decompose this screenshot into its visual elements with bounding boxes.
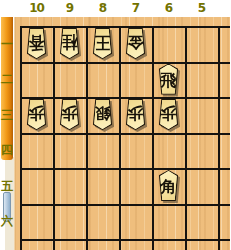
board-grid-line [185, 26, 187, 250]
board-grid-line [20, 239, 230, 241]
piece-kanji: 香 [22, 28, 51, 59]
rank-label-gutter: 一二三四五六 [0, 17, 14, 250]
shogi-piece[interactable]: 歩 [121, 99, 150, 130]
shogi-piece[interactable]: 歩 [55, 99, 84, 130]
board-grid-line [218, 26, 220, 250]
rank-label: 二 [0, 71, 14, 88]
rank-label: 四 [0, 142, 14, 159]
piece-body-sente: 飛 [154, 64, 183, 95]
file-label-strip: 10987654 [0, 0, 230, 17]
rank-label: 五 [0, 178, 14, 195]
piece-kanji: 歩 [22, 99, 51, 130]
piece-kanji: 歩 [121, 99, 150, 130]
piece-kanji: 桂 [55, 28, 84, 59]
file-label: 6 [157, 1, 181, 15]
board-grid-line [86, 26, 88, 250]
file-label: 4 [223, 1, 231, 15]
piece-kanji: 銀 [88, 99, 117, 130]
piece-body-gote: 歩 [55, 99, 84, 130]
shogi-piece[interactable]: 歩 [22, 99, 51, 130]
piece-kanji: 歩 [55, 99, 84, 130]
shogi-piece[interactable]: 歩 [154, 99, 183, 130]
piece-body-gote: 王 [88, 28, 117, 59]
piece-body-gote: 歩 [121, 99, 150, 130]
piece-body-gote: 桂 [55, 28, 84, 59]
board-grid-line [20, 204, 230, 206]
shogi-piece[interactable]: 金 [121, 28, 150, 59]
piece-body-gote: 歩 [154, 99, 183, 130]
rank-label: 六 [0, 213, 14, 230]
board-grid-line [152, 26, 154, 250]
shogi-piece[interactable]: 桂 [55, 28, 84, 59]
piece-body-gote: 香 [22, 28, 51, 59]
file-label: 5 [190, 1, 214, 15]
shogi-piece[interactable]: 王 [88, 28, 117, 59]
file-label: 9 [58, 1, 82, 15]
board-grid-line [119, 26, 121, 250]
shogi-piece[interactable]: 角 [154, 170, 183, 201]
shogi-piece[interactable]: 銀 [88, 99, 117, 130]
piece-kanji: 角 [154, 170, 183, 201]
shogi-board[interactable]: 香桂王金飛歩歩銀歩歩角 [14, 17, 230, 250]
piece-body-sente: 角 [154, 170, 183, 201]
file-label: 10 [25, 1, 49, 15]
board-grid-line [20, 168, 230, 170]
rank-label: 三 [0, 107, 14, 124]
piece-kanji: 歩 [154, 99, 183, 130]
rank-label: 一 [0, 36, 14, 53]
piece-kanji: 金 [121, 28, 150, 59]
piece-body-gote: 金 [121, 28, 150, 59]
piece-kanji: 飛 [154, 64, 183, 95]
piece-kanji: 王 [88, 28, 117, 59]
file-label: 7 [124, 1, 148, 15]
piece-body-gote: 歩 [22, 99, 51, 130]
shogi-piece[interactable]: 飛 [154, 64, 183, 95]
shogi-viewer-window: 香桂王金飛歩歩銀歩歩角 10987654 一二三四五六 [0, 0, 230, 250]
shogi-piece[interactable]: 香 [22, 28, 51, 59]
board-grid-line [20, 133, 230, 135]
board-grid-line [53, 26, 55, 250]
board-grid-line [20, 62, 230, 64]
file-label: 8 [91, 1, 115, 15]
board-grid-line [20, 26, 22, 250]
piece-body-gote: 銀 [88, 99, 117, 130]
